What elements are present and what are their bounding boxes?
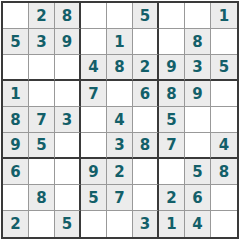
sudoku-cell-r3c7[interactable]: 9 [159,55,185,81]
sudoku-cell-r5c8[interactable] [185,107,211,133]
sudoku-cell-r3c8[interactable]: 3 [185,55,211,81]
sudoku-cell-r8c1[interactable] [3,185,29,211]
sudoku-cell-r4c5[interactable] [107,81,133,107]
sudoku-cell-r1c9[interactable]: 1 [211,3,237,29]
sudoku-cell-r1c8[interactable] [185,3,211,29]
sudoku-cell-r8c8[interactable]: 6 [185,185,211,211]
sudoku-cell-r8c5[interactable]: 7 [107,185,133,211]
sudoku-cell-r9c1[interactable]: 2 [3,211,29,237]
sudoku-cell-r2c3[interactable]: 9 [55,29,81,55]
sudoku-cell-r4c3[interactable] [55,81,81,107]
sudoku-cell-r8c4[interactable]: 5 [81,185,107,211]
sudoku-cell-r4c7[interactable]: 8 [159,81,185,107]
sudoku-cell-r2c9[interactable] [211,29,237,55]
sudoku-cell-r4c8[interactable]: 9 [185,81,211,107]
sudoku-cell-r2c1[interactable]: 5 [3,29,29,55]
sudoku-page: 2851539184829351768987345953874692588572… [0,0,240,240]
sudoku-cell-r9c3[interactable]: 5 [55,211,81,237]
sudoku-cell-r9c4[interactable] [81,211,107,237]
sudoku-board: 2851539184829351768987345953874692588572… [1,1,239,239]
sudoku-cell-r2c7[interactable] [159,29,185,55]
sudoku-cell-r7c7[interactable] [159,159,185,185]
sudoku-cell-r7c9[interactable]: 8 [211,159,237,185]
sudoku-cell-r1c1[interactable] [3,3,29,29]
sudoku-cell-r3c1[interactable] [3,55,29,81]
sudoku-cell-r4c6[interactable]: 6 [133,81,159,107]
sudoku-cell-r5c2[interactable]: 7 [29,107,55,133]
sudoku-cell-r9c9[interactable] [211,211,237,237]
sudoku-cell-r6c9[interactable]: 4 [211,133,237,159]
sudoku-cell-r6c6[interactable]: 8 [133,133,159,159]
sudoku-cell-r7c5[interactable]: 2 [107,159,133,185]
sudoku-cell-r8c3[interactable] [55,185,81,211]
sudoku-cell-r9c5[interactable] [107,211,133,237]
sudoku-cell-r6c4[interactable] [81,133,107,159]
sudoku-cell-r1c5[interactable] [107,3,133,29]
sudoku-cell-r6c8[interactable] [185,133,211,159]
sudoku-cell-r8c6[interactable] [133,185,159,211]
sudoku-cell-r1c4[interactable] [81,3,107,29]
sudoku-cell-r5c6[interactable] [133,107,159,133]
sudoku-cell-r3c5[interactable]: 8 [107,55,133,81]
sudoku-cell-r3c2[interactable] [29,55,55,81]
sudoku-cell-r2c5[interactable]: 1 [107,29,133,55]
sudoku-cell-r1c7[interactable] [159,3,185,29]
sudoku-cell-r6c7[interactable]: 7 [159,133,185,159]
sudoku-cell-r5c7[interactable]: 5 [159,107,185,133]
sudoku-cell-r3c6[interactable]: 2 [133,55,159,81]
sudoku-cell-r3c9[interactable]: 5 [211,55,237,81]
sudoku-cell-r7c1[interactable]: 6 [3,159,29,185]
sudoku-cell-r3c3[interactable] [55,55,81,81]
sudoku-cell-r7c6[interactable] [133,159,159,185]
sudoku-cell-r5c4[interactable] [81,107,107,133]
sudoku-cell-r5c9[interactable] [211,107,237,133]
sudoku-cell-r8c7[interactable]: 2 [159,185,185,211]
sudoku-cell-r2c6[interactable] [133,29,159,55]
sudoku-cell-r1c3[interactable]: 8 [55,3,81,29]
sudoku-cell-r7c3[interactable] [55,159,81,185]
sudoku-cell-r2c8[interactable]: 8 [185,29,211,55]
sudoku-cell-r2c4[interactable] [81,29,107,55]
sudoku-cell-r4c1[interactable]: 1 [3,81,29,107]
sudoku-cell-r5c1[interactable]: 8 [3,107,29,133]
sudoku-cell-r2c2[interactable]: 3 [29,29,55,55]
sudoku-cell-r3c4[interactable]: 4 [81,55,107,81]
sudoku-cell-r1c2[interactable]: 2 [29,3,55,29]
sudoku-cell-r6c1[interactable]: 9 [3,133,29,159]
sudoku-cell-r9c7[interactable]: 1 [159,211,185,237]
sudoku-cell-r4c2[interactable] [29,81,55,107]
sudoku-cell-r4c9[interactable] [211,81,237,107]
sudoku-cell-r7c4[interactable]: 9 [81,159,107,185]
sudoku-cell-r6c2[interactable]: 5 [29,133,55,159]
sudoku-cell-r6c5[interactable]: 3 [107,133,133,159]
sudoku-cell-r5c5[interactable]: 4 [107,107,133,133]
sudoku-cell-r9c6[interactable]: 3 [133,211,159,237]
sudoku-cell-r9c8[interactable]: 4 [185,211,211,237]
sudoku-cell-r8c2[interactable]: 8 [29,185,55,211]
sudoku-cell-r7c2[interactable] [29,159,55,185]
sudoku-cell-r7c8[interactable]: 5 [185,159,211,185]
sudoku-cell-r4c4[interactable]: 7 [81,81,107,107]
sudoku-cell-r5c3[interactable]: 3 [55,107,81,133]
sudoku-cell-r8c9[interactable] [211,185,237,211]
sudoku-cell-r9c2[interactable] [29,211,55,237]
sudoku-cell-r6c3[interactable] [55,133,81,159]
sudoku-cell-r1c6[interactable]: 5 [133,3,159,29]
